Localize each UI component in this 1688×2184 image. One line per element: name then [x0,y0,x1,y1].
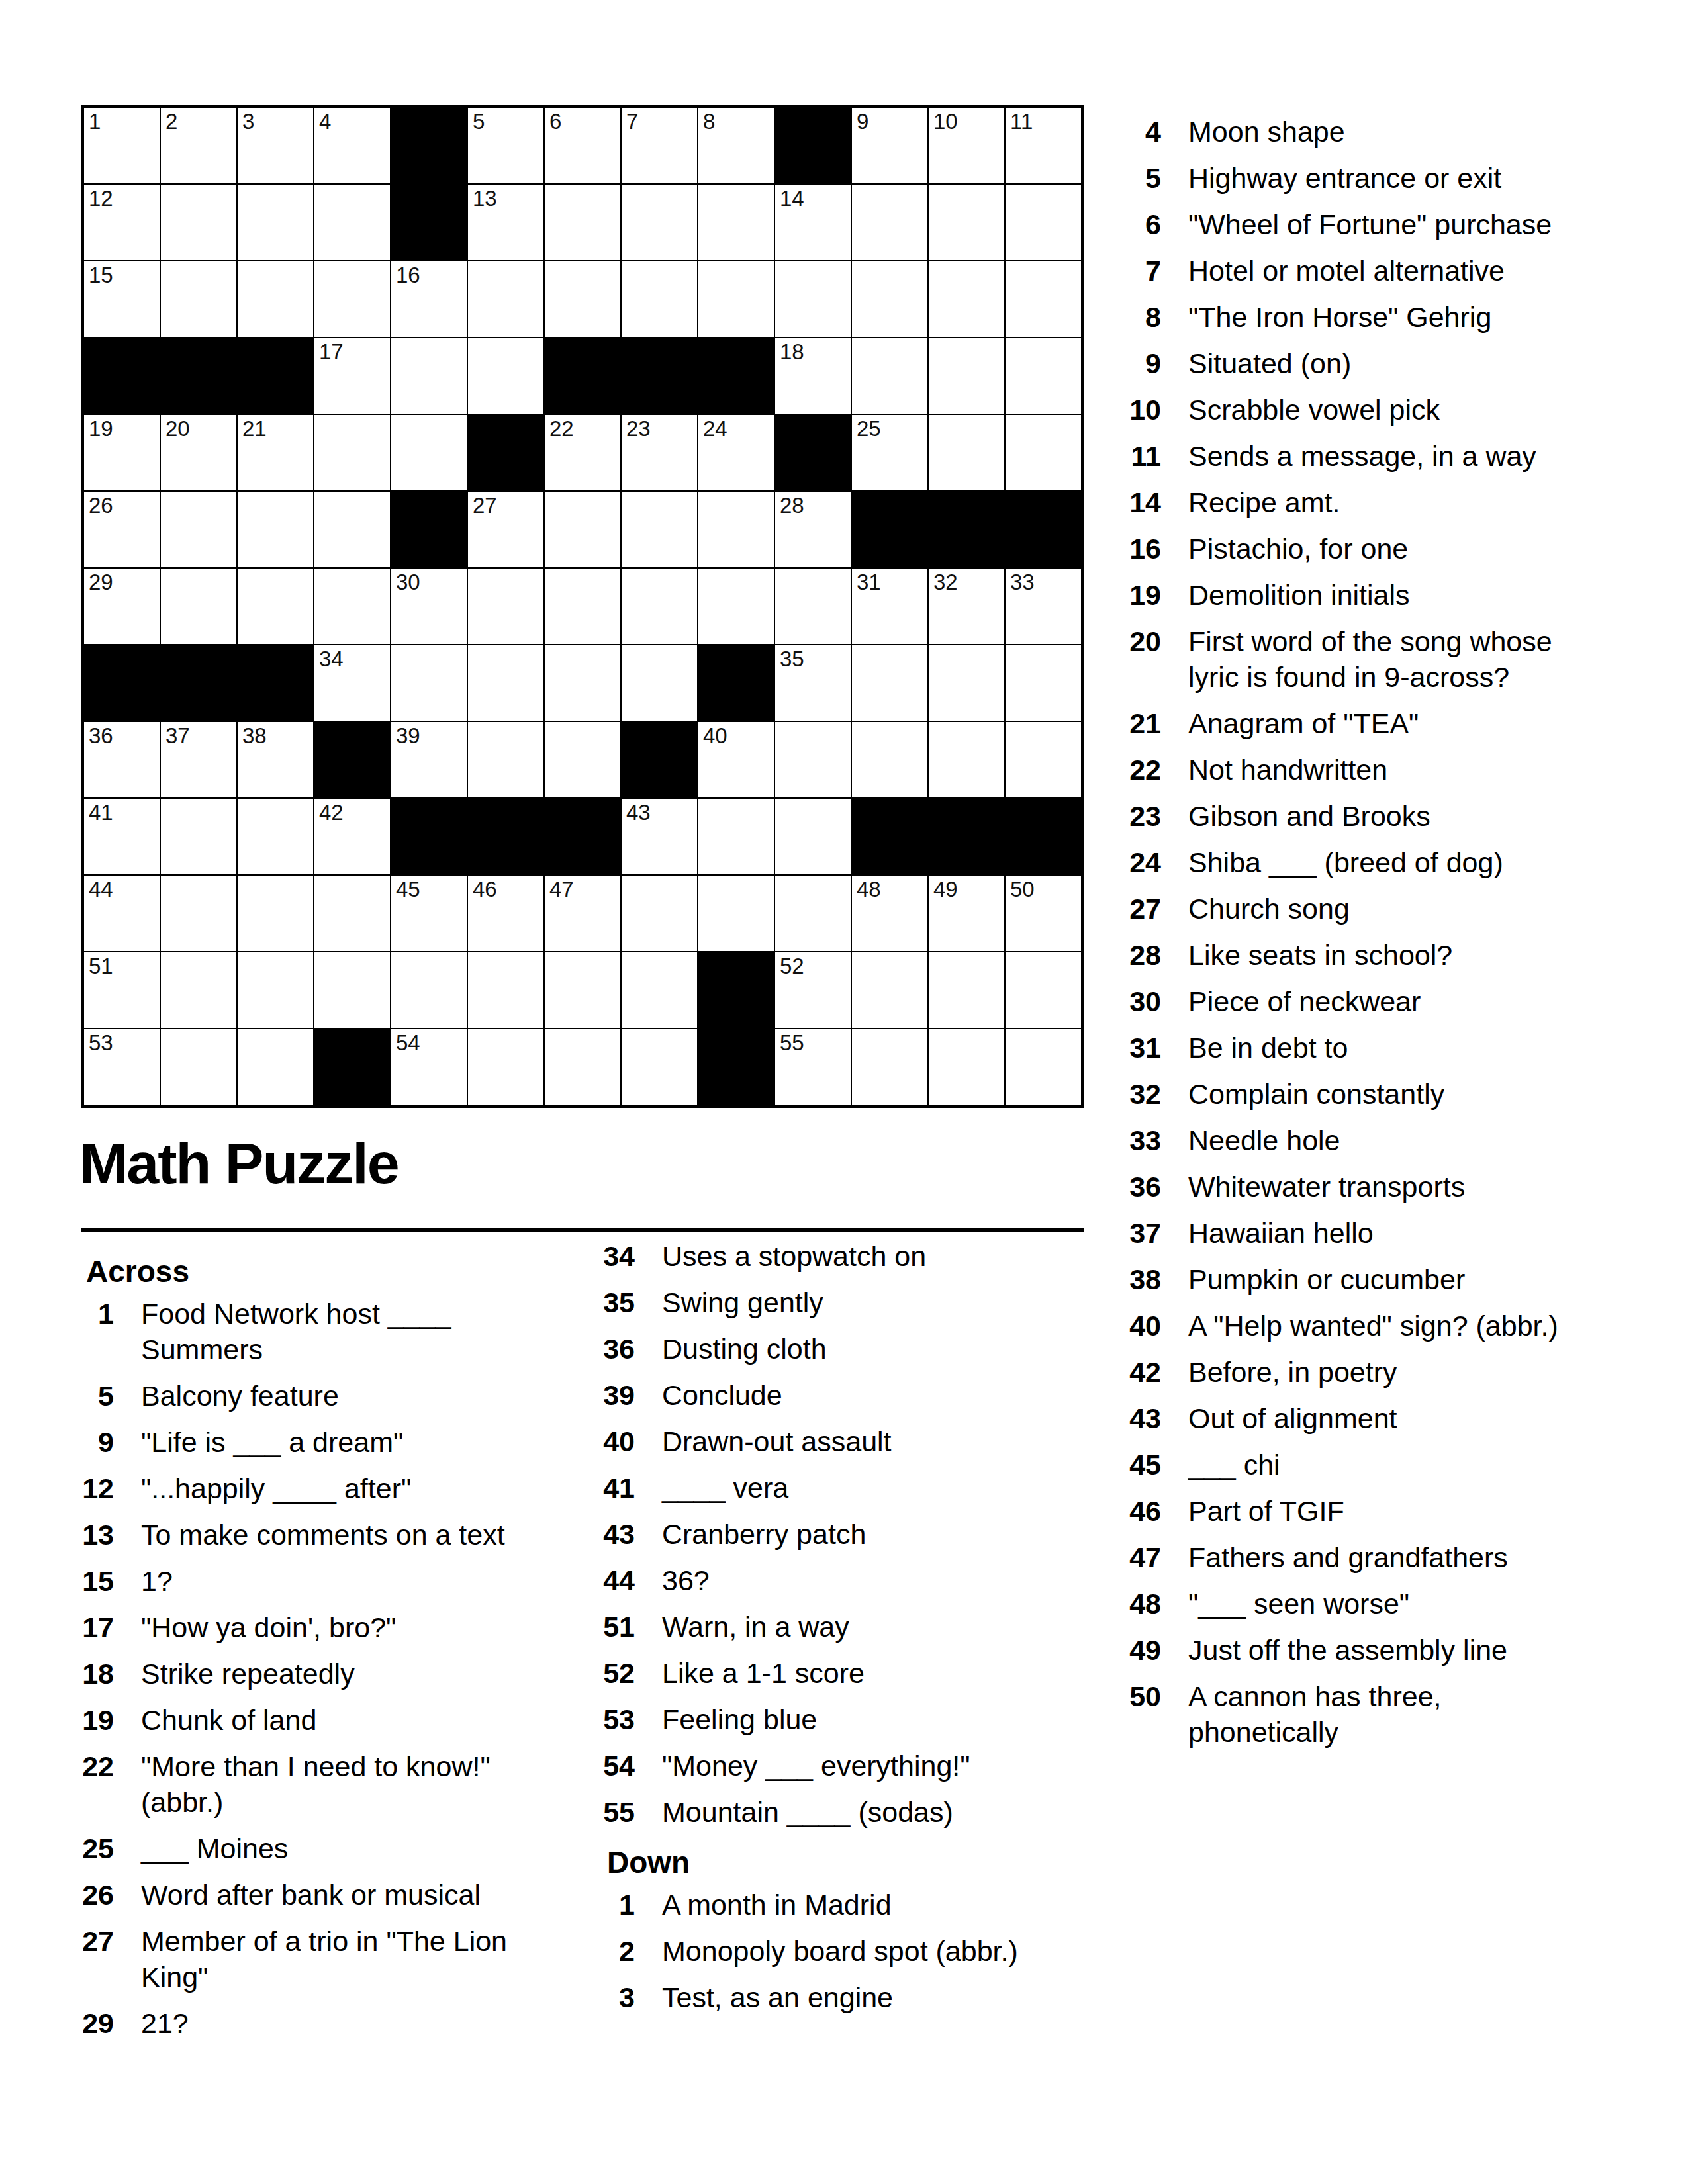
grid-cell[interactable]: 4 [314,108,390,183]
grid-cell[interactable] [314,415,390,490]
grid-cell[interactable] [622,492,697,567]
clue-item: 43Cranberry patch [599,1516,1076,1552]
grid-cell[interactable]: 44 [84,876,160,951]
grid-cell[interactable] [1006,722,1081,797]
clue-item: 6"Wheel of Fortune" purchase [1125,206,1589,242]
grid-cell[interactable] [1006,338,1081,414]
grid-cell[interactable] [545,185,620,260]
grid-cell[interactable]: 10 [929,108,1004,183]
clue-item: 18Strike repeatedly [78,1656,541,1692]
clue-item: 27Member of a trio in "The Lion King" [78,1923,541,1995]
grid-cell[interactable] [238,952,313,1028]
grid-cell[interactable] [238,261,313,337]
grid-cell[interactable]: 40 [698,722,774,797]
clue-item: 33Needle hole [1125,1122,1589,1158]
clue-number: 3 [599,1979,635,2015]
grid-cell[interactable]: 52 [775,952,851,1028]
clue-item: 19Demolition initials [1125,577,1589,613]
clue-item: 1A month in Madrid [599,1887,1076,1923]
clue-item: 22"More than I need to know!" (abbr.) [78,1749,541,1820]
clue-text: Not handwritten [1188,752,1562,788]
clue-number: 52 [599,1655,635,1691]
black-cell [391,108,467,183]
clue-item: 12"...happily ____ after" [78,1471,541,1506]
clue-text: Moon shape [1188,114,1562,150]
clue-number: 23 [1125,798,1161,834]
clue-number: 37 [1125,1215,1161,1251]
grid-cell[interactable] [775,799,851,874]
grid-cell[interactable] [314,952,390,1028]
grid-cell[interactable] [1006,185,1081,260]
grid-cell[interactable] [929,952,1004,1028]
clue-text: Fathers and grandfathers [1188,1539,1562,1575]
grid-cell[interactable]: 55 [775,1029,851,1105]
grid-cell[interactable]: 35 [775,645,851,721]
clue-number: 4 [1125,114,1161,150]
black-cell [698,952,774,1028]
grid-cell[interactable] [852,1029,927,1105]
grid-cell[interactable]: 36 [84,722,160,797]
clue-item: 20First word of the song whose lyric is … [1125,623,1589,695]
grid-cell[interactable] [929,185,1004,260]
across-clue-list-2: 34Uses a stopwatch on35Swing gently36Dus… [599,1238,1076,1830]
grid-cell[interactable] [1006,1029,1081,1105]
clue-text: Swing gently [662,1285,1059,1320]
grid-cell[interactable]: 37 [161,722,236,797]
clue-number: 20 [1125,623,1161,659]
grid-cell[interactable]: 16 [391,261,467,337]
grid-cell[interactable] [468,338,543,414]
grid-cell[interactable]: 39 [391,722,467,797]
grid-cell[interactable] [161,799,236,874]
down-heading: Down [607,1844,1076,1880]
clue-item: 47Fathers and grandfathers [1125,1539,1589,1575]
clue-text: Piece of neckwear [1188,983,1562,1019]
black-cell [161,645,236,721]
cell-number: 30 [396,571,420,593]
cell-number: 31 [857,571,881,593]
grid-cell[interactable]: 7 [622,108,697,183]
grid-cell[interactable]: 13 [468,185,543,260]
grid-cell[interactable] [545,569,620,644]
clue-number: 43 [599,1516,635,1552]
grid-cell[interactable]: 22 [545,415,620,490]
clue-item: 41____ vera [599,1470,1076,1506]
grid-cell[interactable] [161,492,236,567]
grid-cell[interactable] [852,645,927,721]
cell-number: 17 [319,341,344,363]
clue-number: 5 [78,1378,114,1414]
clue-text: Situated (on) [1188,345,1562,381]
grid-cell[interactable] [545,952,620,1028]
grid-cell[interactable] [852,952,927,1028]
grid-cell[interactable]: 9 [852,108,927,183]
grid-cell[interactable]: 27 [468,492,543,567]
clue-number: 16 [1125,531,1161,567]
clue-item: 45___ chi [1125,1447,1589,1482]
clue-text: Member of a trio in "The Lion King" [141,1923,538,1995]
clue-text: A month in Madrid [662,1887,1059,1923]
clue-item: 22Not handwritten [1125,752,1589,788]
clue-text: Whitewater transports [1188,1169,1562,1205]
grid-cell[interactable] [468,569,543,644]
clue-number: 30 [1125,983,1161,1019]
grid-cell[interactable] [852,722,927,797]
cell-number: 40 [703,725,727,747]
down-clues-column-1: 4Moon shape5Highway entrance or exit6"Wh… [1125,114,1589,1760]
cell-number: 1 [89,111,101,132]
grid-cell[interactable] [622,876,697,951]
grid-cell[interactable] [622,952,697,1028]
clue-number: 54 [599,1748,635,1784]
clue-item: 36Whitewater transports [1125,1169,1589,1205]
grid-cell[interactable]: 20 [161,415,236,490]
cell-number: 25 [857,418,881,439]
grid-cell[interactable] [929,261,1004,337]
black-cell [238,338,313,414]
black-cell [698,645,774,721]
grid-cell[interactable] [852,185,927,260]
cell-number: 7 [626,111,638,132]
black-cell [161,338,236,414]
clue-text: Like a 1-1 score [662,1655,1059,1691]
grid-cell[interactable] [622,569,697,644]
grid-cell[interactable] [468,645,543,721]
clue-number: 1 [599,1887,635,1923]
clue-text: "More than I need to know!" (abbr.) [141,1749,538,1820]
grid-cell[interactable]: 47 [545,876,620,951]
cell-number: 42 [319,801,344,823]
grid-cell[interactable]: 8 [698,108,774,183]
clue-number: 19 [1125,577,1161,613]
grid-cell[interactable]: 1 [84,108,160,183]
clue-number: 15 [78,1563,114,1599]
grid-cell[interactable]: 54 [391,1029,467,1105]
black-cell [468,415,543,490]
clue-item: 14Recipe amt. [1125,484,1589,520]
clue-item: 32Complain constantly [1125,1076,1589,1112]
clue-item: 10Scrabble vowel pick [1125,392,1589,428]
clue-item: 9Situated (on) [1125,345,1589,381]
grid-cell[interactable] [468,261,543,337]
clue-text: "Life is ___ a dream" [141,1424,538,1460]
grid-cell[interactable]: 48 [852,876,927,951]
grid-cell[interactable] [545,722,620,797]
clue-item: 2Monopoly board spot (abbr.) [599,1933,1076,1969]
clue-text: ___ chi [1188,1447,1562,1482]
grid-cell[interactable] [468,722,543,797]
cell-number: 49 [933,878,958,900]
grid-cell[interactable] [314,876,390,951]
clue-item: 54"Money ___ everything!" [599,1748,1076,1784]
grid-cell[interactable]: 53 [84,1029,160,1105]
clue-number: 2 [599,1933,635,1969]
grid-cell[interactable]: 24 [698,415,774,490]
cell-number: 36 [89,725,113,747]
grid-cell[interactable] [698,569,774,644]
grid-cell[interactable] [698,185,774,260]
clue-text: "...happily ____ after" [141,1471,538,1506]
grid-cell[interactable] [161,569,236,644]
clue-text: "Wheel of Fortune" purchase [1188,206,1562,242]
clue-number: 53 [599,1702,635,1737]
clue-text: Highway entrance or exit [1188,160,1562,196]
grid-cell[interactable] [545,492,620,567]
grid-cell[interactable]: 19 [84,415,160,490]
grid-cell[interactable] [775,876,851,951]
grid-cell[interactable]: 41 [84,799,160,874]
grid-cell[interactable]: 29 [84,569,160,644]
grid-cell[interactable] [314,185,390,260]
grid-cell[interactable]: 28 [775,492,851,567]
grid-cell[interactable] [161,1029,236,1105]
grid-cell[interactable] [545,645,620,721]
clue-number: 28 [1125,937,1161,973]
cell-number: 53 [89,1032,113,1054]
grid-cell[interactable]: 6 [545,108,620,183]
black-cell [391,492,467,567]
grid-cell[interactable] [468,1029,543,1105]
grid-cell[interactable] [545,1029,620,1105]
clue-item: 36Dusting cloth [599,1331,1076,1367]
clue-number: 10 [1125,392,1161,428]
grid-cell[interactable] [1006,415,1081,490]
grid-cell[interactable] [775,261,851,337]
clue-number: 24 [1125,844,1161,880]
grid-cell[interactable]: 34 [314,645,390,721]
black-cell [852,799,927,874]
grid-cell[interactable] [238,492,313,567]
cell-number: 41 [89,801,113,823]
cell-number: 44 [89,878,113,900]
clue-text: A cannon has three, phonetically [1188,1678,1562,1750]
grid-cell[interactable] [929,645,1004,721]
grid-cell[interactable] [1006,952,1081,1028]
grid-cell[interactable]: 33 [1006,569,1081,644]
cell-number: 38 [242,725,267,747]
grid-cell[interactable] [238,1029,313,1105]
grid-cell[interactable] [238,799,313,874]
clue-text: "How ya doin', bro?" [141,1610,538,1645]
down-clue-list-2: 4Moon shape5Highway entrance or exit6"Wh… [1125,114,1589,1750]
clue-item: 1Food Network host ____ Summers [78,1296,541,1367]
clue-number: 14 [1125,484,1161,520]
grid-cell[interactable] [698,799,774,874]
grid-cell[interactable] [852,261,927,337]
cell-number: 29 [89,571,113,593]
clue-number: 50 [1125,1678,1161,1714]
grid-cell[interactable] [468,952,543,1028]
grid-cell[interactable] [852,338,927,414]
grid-cell[interactable] [391,645,467,721]
grid-cell[interactable]: 42 [314,799,390,874]
grid-cell[interactable]: 11 [1006,108,1081,183]
cell-number: 50 [1010,878,1035,900]
grid-cell[interactable]: 51 [84,952,160,1028]
grid-cell[interactable]: 38 [238,722,313,797]
clue-number: 9 [78,1424,114,1460]
cell-number: 48 [857,878,881,900]
grid-cell[interactable]: 17 [314,338,390,414]
clue-number: 51 [599,1609,635,1645]
grid-cell[interactable] [698,876,774,951]
clue-item: 21Anagram of "TEA" [1125,705,1589,741]
grid-cell[interactable] [314,569,390,644]
clue-text: Test, as an engine [662,1979,1059,2015]
grid-cell[interactable] [161,185,236,260]
grid-cell[interactable]: 31 [852,569,927,644]
grid-cell[interactable] [161,876,236,951]
clue-item: 24Shiba ___ (breed of dog) [1125,844,1589,880]
grid-cell[interactable] [161,261,236,337]
clue-text: 1? [141,1563,538,1599]
clue-number: 22 [78,1749,114,1784]
clue-item: 35Swing gently [599,1285,1076,1320]
grid-cell[interactable]: 26 [84,492,160,567]
black-cell [775,415,851,490]
clue-text: "Money ___ everything!" [662,1748,1059,1784]
grid-cell[interactable]: 32 [929,569,1004,644]
clue-number: 39 [599,1377,635,1413]
clue-text: Part of TGIF [1188,1493,1562,1529]
grid-cell[interactable]: 46 [468,876,543,951]
grid-cell[interactable] [314,492,390,567]
grid-cell[interactable] [314,261,390,337]
clue-number: 8 [1125,299,1161,335]
cell-number: 43 [626,801,651,823]
across-clue-list-1: 1Food Network host ____ Summers5Balcony … [78,1296,541,2041]
grid-cell[interactable] [238,569,313,644]
grid-cell[interactable]: 5 [468,108,543,183]
grid-cell[interactable] [622,261,697,337]
grid-cell[interactable] [622,1029,697,1105]
clue-text: Recipe amt. [1188,484,1562,520]
clue-text: Drawn-out assault [662,1424,1059,1459]
cell-number: 23 [626,418,651,439]
cell-number: 54 [396,1032,420,1054]
grid-cell[interactable] [929,415,1004,490]
clue-number: 40 [1125,1308,1161,1343]
grid-cell[interactable]: 49 [929,876,1004,951]
grid-cell[interactable]: 30 [391,569,467,644]
cell-number: 20 [165,418,190,439]
grid-cell[interactable]: 12 [84,185,160,260]
clue-number: 35 [599,1285,635,1320]
clue-text: Be in debt to [1188,1030,1562,1066]
clue-text: Chunk of land [141,1702,538,1738]
grid-cell[interactable] [622,645,697,721]
clue-text: Pistachio, for one [1188,531,1562,567]
cell-number: 8 [703,111,715,132]
clue-text: Feeling blue [662,1702,1059,1737]
clue-number: 29 [78,2005,114,2041]
grid-cell[interactable] [238,876,313,951]
grid-cell[interactable] [1006,645,1081,721]
grid-cell[interactable] [391,338,467,414]
clue-item: 28Like seats in school? [1125,937,1589,973]
cell-number: 9 [857,111,868,132]
black-cell [545,338,620,414]
grid-cell[interactable] [622,185,697,260]
cell-number: 14 [780,187,804,209]
clue-number: 42 [1125,1354,1161,1390]
clue-text: Scrabble vowel pick [1188,392,1562,428]
grid-cell[interactable] [391,415,467,490]
grid-cell[interactable] [929,338,1004,414]
clue-item: 26Word after bank or musical [78,1877,541,1913]
clue-text: "The Iron Horse" Gehrig [1188,299,1562,335]
cell-number: 51 [89,955,113,977]
clue-text: Conclude [662,1377,1059,1413]
grid-cell[interactable] [1006,261,1081,337]
clue-text: Food Network host ____ Summers [141,1296,538,1367]
grid-cell[interactable] [238,185,313,260]
grid-cell[interactable]: 15 [84,261,160,337]
clue-text: Word after bank or musical [141,1877,538,1913]
grid-cell[interactable]: 18 [775,338,851,414]
clue-number: 36 [599,1331,635,1367]
grid-cell[interactable] [545,261,620,337]
black-cell [391,799,467,874]
grid-cell[interactable] [775,569,851,644]
grid-cell[interactable] [698,261,774,337]
clue-text: Strike repeatedly [141,1656,538,1692]
grid-cell[interactable]: 2 [161,108,236,183]
black-cell [775,108,851,183]
black-cell [622,722,697,797]
clue-item: 40Drawn-out assault [599,1424,1076,1459]
clue-number: 34 [599,1238,635,1274]
clue-text: Warn, in a way [662,1609,1059,1645]
cell-number: 22 [549,418,574,439]
grid-cell[interactable] [698,492,774,567]
grid-cell[interactable]: 14 [775,185,851,260]
clue-text: Anagram of "TEA" [1188,705,1562,741]
grid-cell[interactable] [775,722,851,797]
grid-cell[interactable]: 25 [852,415,927,490]
clue-item: 55Mountain ____ (sodas) [599,1794,1076,1830]
clue-number: 1 [78,1296,114,1332]
grid-cell[interactable]: 21 [238,415,313,490]
clue-number: 12 [78,1471,114,1506]
clue-text: Balcony feature [141,1378,538,1414]
clue-text: Like seats in school? [1188,937,1562,973]
grid-cell[interactable]: 23 [622,415,697,490]
black-cell [622,338,697,414]
cell-number: 52 [780,955,804,977]
black-cell [1006,799,1081,874]
cell-number: 13 [473,187,497,209]
grid-cell[interactable] [161,952,236,1028]
grid-cell[interactable]: 43 [622,799,697,874]
grid-cell[interactable] [929,1029,1004,1105]
cell-number: 11 [1010,111,1033,132]
cell-number: 4 [319,111,331,132]
black-cell [238,645,313,721]
clue-text: Hotel or motel alternative [1188,253,1562,289]
clue-number: 18 [78,1656,114,1692]
grid-cell[interactable]: 45 [391,876,467,951]
grid-cell[interactable]: 3 [238,108,313,183]
clue-number: 45 [1125,1447,1161,1482]
cell-number: 32 [933,571,958,593]
clue-item: 34Uses a stopwatch on [599,1238,1076,1274]
clue-item: 11Sends a message, in a way [1125,438,1589,474]
grid-cell[interactable] [391,952,467,1028]
clue-number: 49 [1125,1632,1161,1668]
grid-cell[interactable]: 50 [1006,876,1081,951]
grid-cell[interactable] [929,722,1004,797]
